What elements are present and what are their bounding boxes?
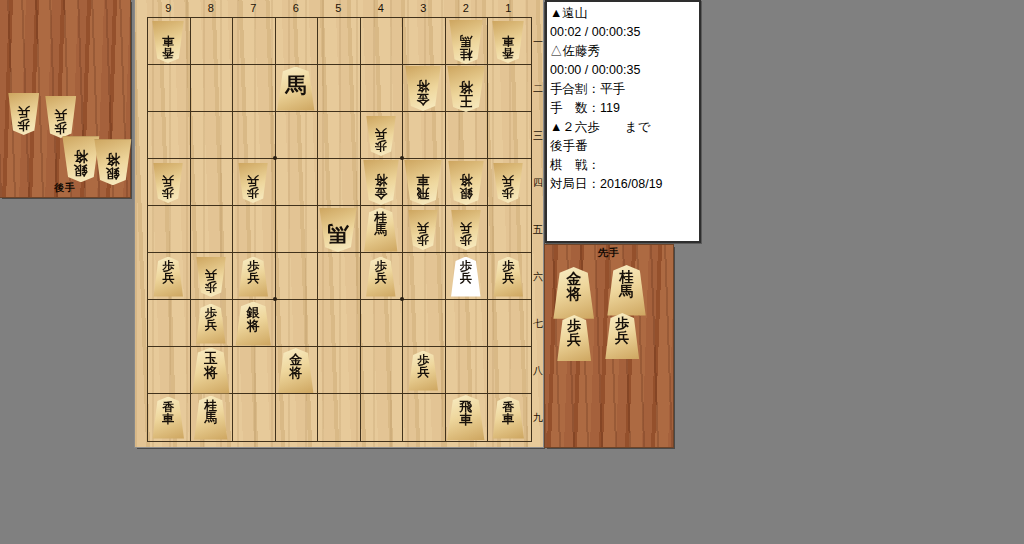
- tournament-line: 棋 戦：: [550, 156, 696, 175]
- board-square[interactable]: [446, 347, 489, 394]
- shogi-piece-銀将[interactable]: 銀将: [62, 136, 100, 182]
- piece-kanji: 桂馬: [194, 400, 228, 425]
- board-square[interactable]: [276, 112, 319, 159]
- rank-coordinate-label: 三: [532, 129, 544, 143]
- rank-coordinate-label: 八: [532, 364, 544, 378]
- board-square[interactable]: [318, 394, 361, 441]
- board-square[interactable]: [446, 300, 489, 347]
- piece-kanji: 玉将: [192, 352, 230, 379]
- board-square[interactable]: [318, 112, 361, 159]
- board-square[interactable]: [361, 65, 404, 112]
- gote-clock: 00:00 / 00:00:35: [550, 61, 696, 80]
- game-info-panel: ▲遠山 00:02 / 00:00:35 △佐藤秀 00:00 / 00:00:…: [545, 0, 701, 243]
- game-date-line: 対局日：2016/08/19: [550, 175, 696, 194]
- board-square[interactable]: [148, 347, 191, 394]
- board-square[interactable]: [488, 347, 531, 394]
- piece-kanji: 歩兵: [8, 106, 40, 131]
- file-coordinate-label: 7: [232, 2, 275, 14]
- board-square[interactable]: [318, 253, 361, 300]
- board-square[interactable]: [233, 394, 276, 441]
- rank-coordinate-label: 七: [532, 317, 544, 331]
- handicap-line: 手合割：平手: [550, 80, 696, 99]
- piece-kanji: 桂馬: [607, 270, 646, 299]
- board-square[interactable]: [233, 18, 276, 65]
- piece-kanji: 香車: [492, 401, 524, 425]
- piece-kanji: 金将: [553, 272, 594, 302]
- rank-coordinate-label: 一: [532, 35, 544, 49]
- piece-kanji: 歩兵: [196, 307, 226, 331]
- board-square[interactable]: [233, 347, 276, 394]
- turn-indicator: 後手番: [550, 137, 696, 156]
- board-square[interactable]: [361, 394, 404, 441]
- board-square[interactable]: [191, 159, 234, 206]
- board-square[interactable]: [488, 206, 531, 253]
- board-square[interactable]: [191, 65, 234, 112]
- rank-coordinate-label: 四: [532, 176, 544, 190]
- board-square[interactable]: [318, 18, 361, 65]
- piece-kanji: 歩兵: [366, 260, 396, 284]
- board-square[interactable]: [446, 112, 489, 159]
- board-square[interactable]: [403, 300, 446, 347]
- file-coordinate-label: 2: [445, 2, 488, 14]
- piece-kanji: 歩兵: [493, 260, 523, 284]
- file-coordinate-label: 5: [317, 2, 360, 14]
- shogi-piece-歩兵[interactable]: 歩兵: [557, 315, 592, 361]
- board-square[interactable]: [403, 18, 446, 65]
- board-square[interactable]: [488, 65, 531, 112]
- sente-clock: 00:02 / 00:00:35: [550, 23, 696, 42]
- gote-player-name: △佐藤秀: [550, 42, 696, 61]
- board-square[interactable]: [318, 347, 361, 394]
- piece-kanji: 歩兵: [451, 260, 481, 284]
- piece-kanji: 馬: [319, 222, 357, 243]
- board-square[interactable]: [191, 18, 234, 65]
- shogi-board: 987654321一二三四五六七八九香車桂馬香車馬金将王将歩兵歩兵歩兵金将飛車銀…: [135, 0, 543, 447]
- piece-kanji: 歩兵: [45, 109, 77, 134]
- board-square[interactable]: [403, 394, 446, 441]
- rank-coordinate-label: 六: [532, 270, 544, 284]
- gote-captured-tray: 後手 歩兵歩兵銀将銀将: [0, 0, 130, 197]
- piece-kanji: 歩兵: [238, 260, 268, 284]
- piece-kanji: 馬: [277, 75, 315, 96]
- piece-kanji: 銀将: [62, 150, 100, 177]
- board-square[interactable]: [318, 300, 361, 347]
- board-square[interactable]: [233, 112, 276, 159]
- board-square[interactable]: [318, 159, 361, 206]
- rank-coordinate-label: 五: [532, 223, 544, 237]
- sente-tray-label: 先手: [545, 246, 673, 260]
- file-coordinate-label: 9: [147, 2, 190, 14]
- file-coordinate-label: 8: [190, 2, 233, 14]
- board-square[interactable]: [276, 206, 319, 253]
- hoshi-dot: [273, 156, 277, 160]
- piece-kanji: 歩兵: [605, 317, 640, 345]
- board-square[interactable]: [276, 253, 319, 300]
- shogi-piece-歩兵[interactable]: 歩兵: [605, 313, 640, 359]
- board-square[interactable]: [361, 300, 404, 347]
- board-square[interactable]: [191, 112, 234, 159]
- kifu-viewer: 後手 歩兵歩兵銀将銀将 987654321一二三四五六七八九香車桂馬香車馬金将王…: [0, 0, 1024, 544]
- board-square[interactable]: [233, 65, 276, 112]
- board-square[interactable]: [403, 253, 446, 300]
- piece-kanji: 桂馬: [364, 212, 398, 237]
- file-coordinate-label: 1: [487, 2, 530, 14]
- board-square[interactable]: [276, 300, 319, 347]
- piece-kanji: 歩兵: [153, 260, 183, 284]
- hoshi-dot: [400, 297, 404, 301]
- board-square[interactable]: [148, 300, 191, 347]
- piece-kanji: 香車: [152, 401, 184, 425]
- move-count-line: 手 数：119: [550, 99, 696, 118]
- piece-kanji: 飛車: [447, 400, 485, 426]
- file-coordinate-label: 6: [275, 2, 318, 14]
- piece-kanji: 銀将: [235, 306, 271, 332]
- board-square[interactable]: [233, 206, 276, 253]
- board-square[interactable]: [148, 112, 191, 159]
- shogi-piece-歩兵[interactable]: 歩兵: [45, 96, 77, 138]
- board-square[interactable]: [191, 206, 234, 253]
- hoshi-dot: [273, 297, 277, 301]
- hoshi-dot: [400, 156, 404, 160]
- board-square[interactable]: [148, 206, 191, 253]
- shogi-piece-銀将[interactable]: 銀将: [94, 139, 132, 185]
- board-square[interactable]: [403, 112, 446, 159]
- board-square[interactable]: [318, 65, 361, 112]
- file-coordinate-label: 3: [402, 2, 445, 14]
- board-square[interactable]: [361, 347, 404, 394]
- rank-coordinate-label: 九: [532, 411, 544, 425]
- rank-coordinate-label: 二: [532, 82, 544, 96]
- shogi-piece-金将[interactable]: 金将: [553, 267, 594, 319]
- board-square[interactable]: [148, 65, 191, 112]
- board-square[interactable]: [276, 159, 319, 206]
- board-square[interactable]: [276, 18, 319, 65]
- last-move-line: ▲２六歩 まで: [550, 118, 696, 137]
- piece-kanji: 歩兵: [557, 319, 592, 347]
- sente-captured-tray: 先手 金将桂馬歩兵歩兵: [545, 245, 673, 447]
- piece-kanji: 金将: [278, 353, 314, 379]
- board-square[interactable]: [488, 112, 531, 159]
- piece-kanji: 銀将: [94, 153, 132, 180]
- board-square[interactable]: [276, 394, 319, 441]
- shogi-piece-桂馬[interactable]: 桂馬: [607, 265, 646, 316]
- shogi-piece-歩兵[interactable]: 歩兵: [8, 93, 40, 135]
- piece-kanji: 歩兵: [408, 354, 438, 378]
- board-square[interactable]: [361, 18, 404, 65]
- board-square[interactable]: [488, 300, 531, 347]
- file-coordinate-label: 4: [360, 2, 403, 14]
- sente-player-name: ▲遠山: [550, 4, 696, 23]
